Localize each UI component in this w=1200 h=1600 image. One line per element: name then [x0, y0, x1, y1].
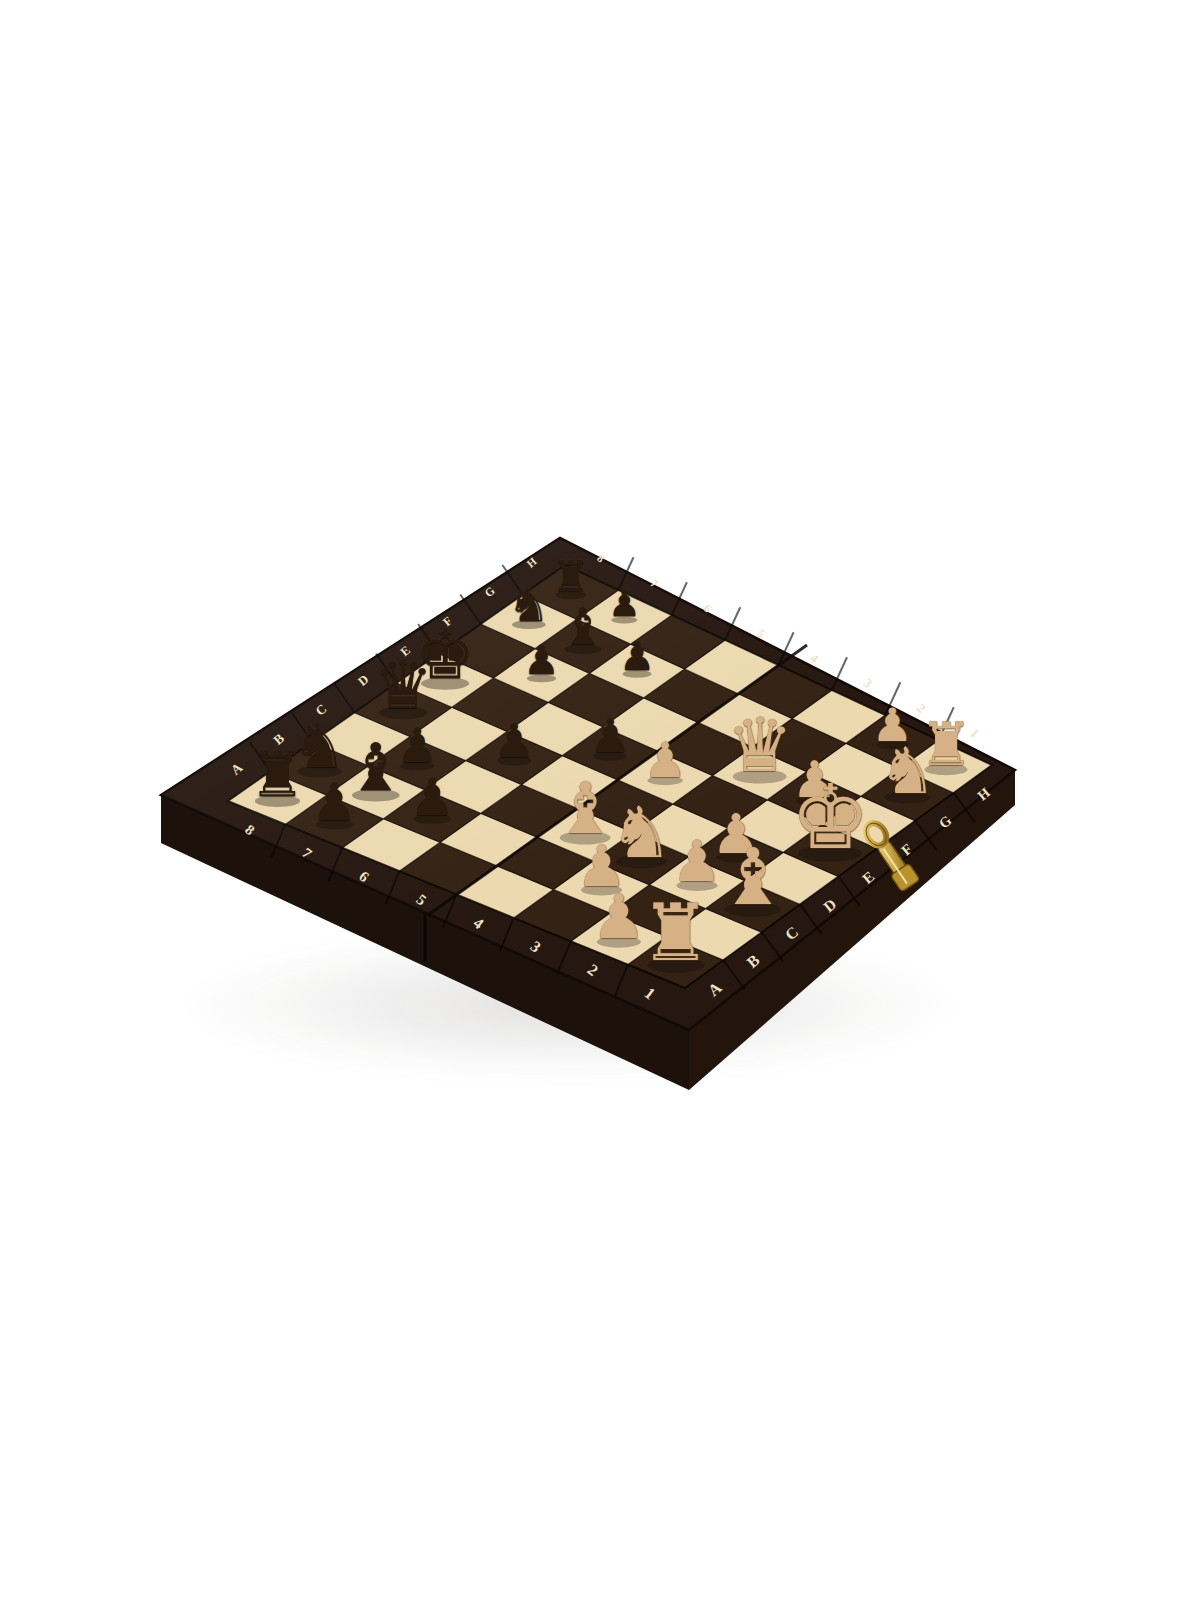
piece-black-pawn-b6[interactable]: ♟	[409, 771, 455, 823]
label-rank-right-3: 3	[861, 676, 875, 691]
piece-white-pawn-c2[interactable]: ♟	[671, 834, 722, 891]
piece-white-rook-a1[interactable]: ♜	[640, 894, 711, 973]
piece-white-queen-f3[interactable]: ♛	[726, 709, 793, 784]
piece-black-pawn-h7[interactable]: ♟	[608, 586, 640, 622]
piece-white-pawn-e4[interactable]: ♟	[643, 736, 687, 785]
piece-black-rook-a8[interactable]: ♜	[249, 744, 305, 807]
piece-black-pawn-e5[interactable]: ♟	[589, 713, 631, 760]
piece-black-pawn-a7[interactable]: ♟	[311, 777, 358, 829]
piece-black-pawn-f7[interactable]: ♟	[523, 640, 559, 681]
piece-black-rook-h8[interactable]: ♜	[552, 555, 590, 598]
piece-white-bishop-c1[interactable]: ♝	[718, 839, 788, 917]
piece-black-bishop-g7[interactable]: ♝	[560, 603, 606, 654]
label-rank-right-4: 4	[807, 651, 821, 666]
label-rank-right-5: 5	[754, 626, 768, 641]
piece-white-king-e1[interactable]: ♚	[790, 774, 870, 863]
piece-white-knight-g1[interactable]: ♞	[879, 739, 936, 803]
piece-black-pawn-d6[interactable]: ♟	[493, 717, 535, 764]
piece-white-pawn-a2[interactable]: ♟	[591, 886, 646, 947]
piece-black-queen-d8[interactable]: ♛	[373, 652, 433, 719]
piece-black-pawn-g6[interactable]: ♟	[619, 636, 655, 676]
piece-black-knight-g8[interactable]: ♞	[508, 581, 550, 628]
product-photo-stage: 1A1A2B2B3C3C4D4D5E5E6F6F7G7G8H8H ♜♟♞♝♟♟♚…	[0, 0, 1200, 1600]
